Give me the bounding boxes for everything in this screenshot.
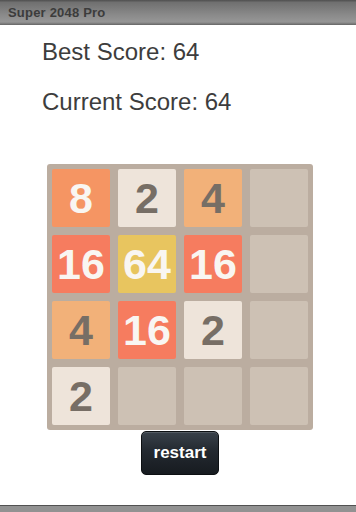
cell-r1c4: [250, 169, 308, 227]
cell-r4c2: [118, 367, 176, 425]
current-score-text: Current Score: 64: [42, 88, 231, 116]
game-board[interactable]: 8 2 4 16 64 16 4 16 2 2: [47, 164, 313, 430]
app-title: Super 2048 Pro: [0, 5, 105, 20]
cell-r2c1: 16: [52, 235, 110, 293]
cell-r1c1: 8: [52, 169, 110, 227]
cell-r3c4: [250, 301, 308, 359]
cell-r2c4: [250, 235, 308, 293]
cell-r4c4: [250, 367, 308, 425]
cell-r3c3: 2: [184, 301, 242, 359]
cell-r2c3: 16: [184, 235, 242, 293]
bottom-edge-strip: [0, 505, 356, 512]
cell-r1c3: 4: [184, 169, 242, 227]
best-score-text: Best Score: 64: [42, 38, 199, 66]
cell-r4c3: [184, 367, 242, 425]
title-bar: Super 2048 Pro: [0, 0, 356, 25]
screen: Super 2048 Pro Best Score: 64 Current Sc…: [0, 0, 356, 512]
cell-r2c2: 64: [118, 235, 176, 293]
cell-r3c1: 4: [52, 301, 110, 359]
cell-r1c2: 2: [118, 169, 176, 227]
cell-r3c2: 16: [118, 301, 176, 359]
cell-r4c1: 2: [52, 367, 110, 425]
restart-button[interactable]: restart: [141, 431, 219, 475]
